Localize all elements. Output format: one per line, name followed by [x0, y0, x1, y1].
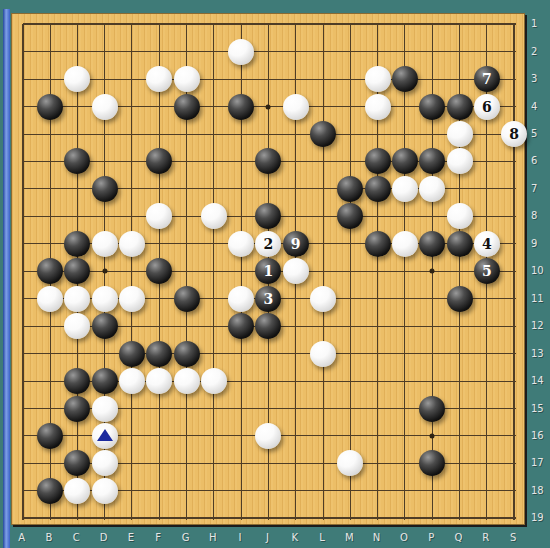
white-stone-K10[interactable] [283, 258, 309, 284]
column-label-R: R [482, 532, 489, 543]
column-label-B: B [46, 532, 53, 543]
black-stone-Q4[interactable] [447, 94, 473, 120]
grid-line-horizontal [23, 79, 516, 80]
white-stone-L13[interactable] [310, 341, 336, 367]
column-label-Q: Q [455, 532, 463, 543]
row-label-11: 11 [531, 292, 544, 303]
star-point-P16 [430, 433, 435, 438]
black-stone-P4[interactable] [419, 94, 445, 120]
grid-line-horizontal [23, 23, 516, 25]
black-stone-Q11[interactable] [447, 286, 473, 312]
black-stone-B10[interactable] [37, 258, 63, 284]
black-stone-G11[interactable] [174, 286, 200, 312]
column-label-G: G [182, 532, 190, 543]
white-stone-M17[interactable] [337, 450, 363, 476]
left-frame-strip [3, 9, 10, 548]
row-label-17: 17 [531, 457, 544, 468]
black-stone-B16[interactable] [37, 423, 63, 449]
row-label-18: 18 [531, 484, 544, 495]
grid-line-vertical [404, 24, 405, 520]
black-stone-F6[interactable] [146, 148, 172, 174]
grid-line-vertical [513, 24, 515, 520]
black-stone-I12[interactable] [228, 313, 254, 339]
grid-line-vertical [350, 24, 351, 520]
grid-line-vertical [213, 24, 214, 520]
white-stone-O9[interactable] [392, 231, 418, 257]
star-point-J4 [266, 104, 271, 109]
black-stone-C6[interactable] [64, 148, 90, 174]
white-stone-Q6[interactable] [447, 148, 473, 174]
white-stone-C11[interactable] [64, 286, 90, 312]
black-stone-B4[interactable] [37, 94, 63, 120]
black-stone-F13[interactable] [146, 341, 172, 367]
column-label-E: E [128, 532, 134, 543]
star-point-D10 [102, 269, 107, 274]
black-stone-C14[interactable] [64, 368, 90, 394]
column-label-M: M [345, 532, 354, 543]
white-stone-D11[interactable] [92, 286, 118, 312]
white-stone-F3[interactable] [146, 66, 172, 92]
black-stone-P6[interactable] [419, 148, 445, 174]
white-stone-Q8[interactable] [447, 203, 473, 229]
row-label-8: 8 [531, 210, 537, 221]
row-label-5: 5 [531, 128, 537, 139]
black-stone-N6[interactable] [365, 148, 391, 174]
row-label-2: 2 [531, 45, 537, 56]
white-stone-L11[interactable] [310, 286, 336, 312]
white-stone-K4[interactable] [283, 94, 309, 120]
black-stone-O3[interactable] [392, 66, 418, 92]
white-stone-I9[interactable] [228, 231, 254, 257]
row-label-9: 9 [531, 237, 537, 248]
black-stone-M8[interactable] [337, 203, 363, 229]
black-stone-D12[interactable] [92, 313, 118, 339]
black-stone-O6[interactable] [392, 148, 418, 174]
column-label-J: J [266, 532, 269, 543]
black-stone-G4[interactable] [174, 94, 200, 120]
white-stone-E11[interactable] [119, 286, 145, 312]
white-stone-G3[interactable] [174, 66, 200, 92]
white-stone-D18[interactable] [92, 478, 118, 504]
row-label-12: 12 [531, 320, 544, 331]
white-stone-S5[interactable]: 8 [501, 121, 527, 147]
grid-line-horizontal [23, 353, 516, 354]
row-label-19: 19 [531, 512, 544, 523]
column-label-D: D [100, 532, 108, 543]
white-stone-F14[interactable] [146, 368, 172, 394]
black-stone-N9[interactable] [365, 231, 391, 257]
white-stone-I2[interactable] [228, 39, 254, 65]
column-label-P: P [428, 532, 434, 543]
white-stone-J16[interactable] [255, 423, 281, 449]
column-label-S: S [510, 532, 516, 543]
grid-line-vertical [323, 24, 324, 520]
grid-line-horizontal [23, 134, 516, 135]
black-stone-B18[interactable] [37, 478, 63, 504]
black-stone-I4[interactable] [228, 94, 254, 120]
black-stone-J6[interactable] [255, 148, 281, 174]
column-label-A: A [18, 532, 25, 543]
black-stone-R10[interactable]: 5 [474, 258, 500, 284]
row-label-10: 10 [531, 265, 544, 276]
row-label-3: 3 [531, 73, 537, 84]
row-label-6: 6 [531, 155, 537, 166]
white-stone-P7[interactable] [419, 176, 445, 202]
row-label-4: 4 [531, 100, 537, 111]
white-stone-E14[interactable] [119, 368, 145, 394]
black-stone-C10[interactable] [64, 258, 90, 284]
black-stone-C15[interactable] [64, 396, 90, 422]
black-stone-J8[interactable] [255, 203, 281, 229]
grid-line-vertical [131, 24, 132, 520]
white-stone-D16[interactable] [92, 423, 118, 449]
black-stone-Q9[interactable] [447, 231, 473, 257]
black-stone-J12[interactable] [255, 313, 281, 339]
white-stone-C18[interactable] [64, 478, 90, 504]
grid-line-horizontal [23, 517, 516, 519]
black-stone-C17[interactable] [64, 450, 90, 476]
row-label-15: 15 [531, 402, 544, 413]
go-diagram: 768294153 ABCDEFGHIJKLMNOPQRS12345678910… [0, 0, 550, 548]
black-stone-P9[interactable] [419, 231, 445, 257]
black-stone-P15[interactable] [419, 396, 445, 422]
row-label-14: 14 [531, 375, 544, 386]
white-stone-H14[interactable] [201, 368, 227, 394]
black-stone-R3[interactable]: 7 [474, 66, 500, 92]
go-board[interactable]: 768294153 [11, 13, 525, 525]
white-stone-B11[interactable] [37, 286, 63, 312]
black-stone-J11[interactable]: 3 [255, 286, 281, 312]
column-label-L: L [319, 532, 325, 543]
white-stone-F8[interactable] [146, 203, 172, 229]
row-label-1: 1 [531, 18, 537, 29]
row-label-7: 7 [531, 182, 537, 193]
black-stone-K9[interactable]: 9 [283, 231, 309, 257]
row-label-13: 13 [531, 347, 544, 358]
white-stone-R9[interactable]: 4 [474, 231, 500, 257]
white-stone-N4[interactable] [365, 94, 391, 120]
white-stone-O7[interactable] [392, 176, 418, 202]
white-stone-R4[interactable]: 6 [474, 94, 500, 120]
grid-line-horizontal [23, 51, 516, 52]
black-stone-L5[interactable] [310, 121, 336, 147]
white-stone-D15[interactable] [92, 396, 118, 422]
white-stone-I11[interactable] [228, 286, 254, 312]
black-stone-F10[interactable] [146, 258, 172, 284]
column-label-K: K [291, 532, 298, 543]
black-stone-M7[interactable] [337, 176, 363, 202]
black-stone-G13[interactable] [174, 341, 200, 367]
column-label-O: O [400, 532, 408, 543]
column-label-F: F [155, 532, 161, 543]
column-label-H: H [209, 532, 217, 543]
black-stone-C9[interactable] [64, 231, 90, 257]
grid-line-vertical [22, 24, 24, 520]
white-stone-D17[interactable] [92, 450, 118, 476]
row-label-16: 16 [531, 429, 544, 440]
black-stone-E13[interactable] [119, 341, 145, 367]
white-stone-D9[interactable] [92, 231, 118, 257]
black-stone-P17[interactable] [419, 450, 445, 476]
column-label-I: I [239, 532, 242, 543]
black-stone-D14[interactable] [92, 368, 118, 394]
triangle-marker [97, 429, 113, 441]
white-stone-Q5[interactable] [447, 121, 473, 147]
black-stone-J10[interactable]: 1 [255, 258, 281, 284]
white-stone-H8[interactable] [201, 203, 227, 229]
white-stone-E9[interactable] [119, 231, 145, 257]
white-stone-G14[interactable] [174, 368, 200, 394]
column-label-N: N [373, 532, 380, 543]
white-stone-C12[interactable] [64, 313, 90, 339]
black-stone-N7[interactable] [365, 176, 391, 202]
white-stone-N3[interactable] [365, 66, 391, 92]
star-point-P10 [430, 269, 435, 274]
column-label-C: C [73, 532, 80, 543]
black-stone-D7[interactable] [92, 176, 118, 202]
white-stone-J9[interactable]: 2 [255, 231, 281, 257]
white-stone-D4[interactable] [92, 94, 118, 120]
white-stone-C3[interactable] [64, 66, 90, 92]
